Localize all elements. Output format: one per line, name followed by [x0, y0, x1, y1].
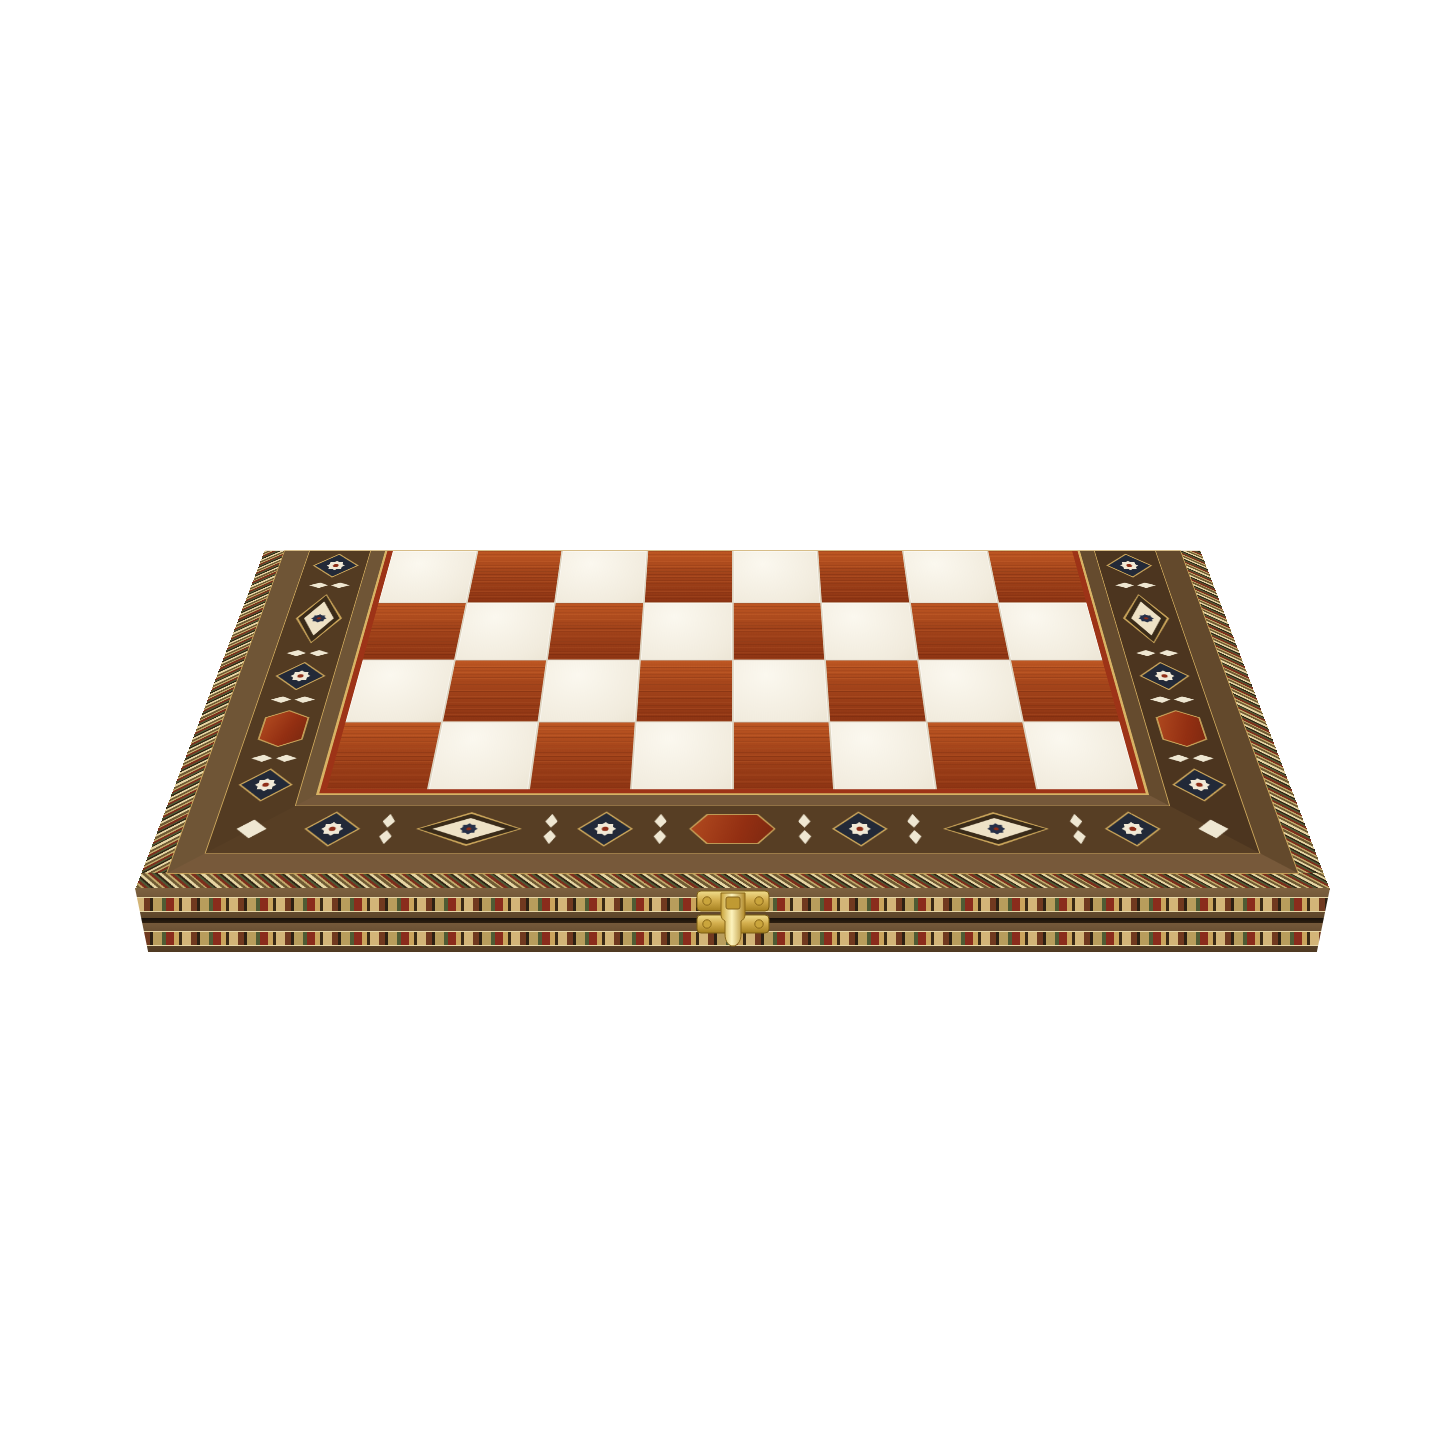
square-r3c0 — [327, 722, 441, 789]
square-r1c4 — [733, 603, 824, 659]
brass-latch-clasp — [692, 890, 774, 950]
kites-inlay-motif — [306, 580, 353, 590]
red-inlay-motif — [689, 813, 776, 846]
square-r1c5 — [822, 603, 917, 659]
square-r2c3 — [636, 660, 731, 721]
kites-inlay-motif — [1112, 580, 1159, 590]
red-inlay-motif — [1152, 710, 1212, 747]
star-inlay-motif — [1170, 770, 1230, 801]
square-r2c4 — [733, 660, 828, 721]
mosaic-corner-left — [206, 806, 296, 853]
square-r2c7 — [1011, 660, 1119, 721]
kites-inlay-motif — [537, 813, 564, 846]
square-r2c6 — [919, 660, 1023, 721]
kites-inlay-motif — [901, 813, 928, 846]
square-r1c6 — [911, 603, 1010, 659]
kites-inlay-motif — [267, 694, 318, 706]
square-r1c7 — [1000, 603, 1103, 659]
star-inlay-motif — [302, 813, 363, 846]
kites-inlay-motif — [283, 647, 332, 658]
square-r0c5 — [818, 551, 909, 602]
square-r3c7 — [1024, 722, 1138, 789]
star-inlay-motif — [1104, 554, 1154, 576]
square-r0c0 — [379, 551, 477, 602]
star-inlay-motif — [311, 554, 361, 576]
star-inlay-motif — [578, 813, 633, 846]
square-r0c4 — [733, 551, 820, 602]
square-r1c3 — [641, 603, 732, 659]
square-r1c1 — [456, 603, 555, 659]
latch-icon — [692, 890, 774, 950]
square-r2c2 — [540, 660, 639, 721]
star-inlay-motif — [1137, 663, 1192, 689]
kites-inlay-motif — [247, 752, 301, 765]
square-r2c1 — [443, 660, 547, 721]
kites-inlay-motif — [372, 813, 403, 846]
kites-inlay-motif — [648, 813, 673, 846]
star-inlay-motif — [832, 813, 887, 846]
square-r3c5 — [830, 722, 934, 789]
square-r2c5 — [826, 660, 925, 721]
eye-inlay-motif — [941, 812, 1053, 846]
eye-inlay-motif — [1116, 594, 1178, 643]
product-photo-canvas — [0, 0, 1445, 1445]
board-box-lid — [135, 550, 1330, 890]
square-r3c4 — [733, 722, 833, 789]
kites-inlay-motif — [1133, 647, 1182, 658]
square-r1c2 — [548, 603, 643, 659]
star-inlay-motif — [235, 770, 295, 801]
square-r3c6 — [927, 722, 1036, 789]
kites-inlay-motif — [1147, 694, 1198, 706]
square-r3c1 — [429, 722, 538, 789]
checkerboard — [327, 551, 1138, 789]
square-r0c6 — [904, 551, 998, 602]
star-inlay-motif — [273, 663, 328, 689]
square-r3c3 — [632, 722, 732, 789]
mosaic-band-front — [282, 806, 1183, 853]
square-r1c0 — [363, 603, 466, 659]
square-r0c2 — [556, 551, 647, 602]
kites-inlay-motif — [1063, 813, 1094, 846]
eye-inlay-motif — [287, 594, 349, 643]
kites-inlay-motif — [1164, 752, 1218, 765]
star-inlay-motif — [1103, 813, 1164, 846]
kites-inlay-motif — [792, 813, 817, 846]
box-front-edge — [135, 888, 1330, 952]
mosaic-corner-right — [1169, 806, 1259, 853]
bevel-stripe-front — [135, 873, 1330, 890]
eye-inlay-motif — [412, 812, 524, 846]
square-r0c1 — [467, 551, 561, 602]
square-r2c0 — [346, 660, 454, 721]
red-inlay-motif — [253, 710, 313, 747]
square-r3c2 — [530, 722, 634, 789]
square-r0c7 — [989, 551, 1087, 602]
square-r0c3 — [645, 551, 732, 602]
